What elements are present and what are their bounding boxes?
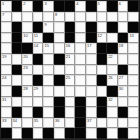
grid-cell[interactable] — [33, 97, 44, 108]
grid-cell[interactable]: 31 — [1, 97, 12, 108]
grid-cell[interactable] — [54, 86, 65, 97]
black-cell — [12, 22, 23, 33]
grid-cell[interactable] — [43, 65, 54, 76]
grid-cell[interactable] — [97, 12, 108, 23]
grid-cell[interactable] — [54, 43, 65, 54]
grid-cell[interactable] — [12, 97, 23, 108]
grid-cell[interactable] — [54, 65, 65, 76]
clue-number: 16 — [66, 43, 70, 48]
grid-cell[interactable] — [75, 22, 86, 33]
grid-cell[interactable]: 19 — [1, 54, 12, 65]
grid-cell[interactable] — [86, 107, 97, 118]
clue-number: 5 — [98, 1, 100, 6]
grid-cell[interactable] — [107, 65, 118, 76]
grid-cell[interactable] — [75, 54, 86, 65]
grid-cell[interactable] — [1, 86, 12, 97]
clue-number: 35 — [34, 118, 38, 123]
grid-cell[interactable] — [22, 107, 33, 118]
grid-cell[interactable] — [128, 12, 139, 23]
grid-cell[interactable] — [65, 118, 76, 129]
grid-cell[interactable] — [97, 65, 108, 76]
black-cell — [12, 107, 23, 118]
grid-cell[interactable] — [43, 97, 54, 108]
clue-number: 3 — [44, 1, 46, 6]
grid-cell[interactable] — [107, 118, 118, 129]
black-cell — [22, 128, 33, 139]
black-cell — [75, 118, 86, 129]
clue-number: 19 — [2, 54, 6, 59]
grid-cell[interactable] — [22, 97, 33, 108]
grid-cell[interactable] — [12, 128, 23, 139]
grid-cell[interactable]: 9 — [43, 22, 54, 33]
black-cell — [118, 33, 129, 44]
black-cell — [12, 33, 23, 44]
grid-cell[interactable]: 13 — [128, 33, 139, 44]
grid-cell[interactable] — [75, 75, 86, 86]
black-cell — [107, 43, 118, 54]
clue-number: 26 — [108, 75, 112, 80]
grid-cell[interactable] — [43, 75, 54, 86]
black-cell — [12, 43, 23, 54]
grid-cell[interactable] — [43, 118, 54, 129]
clue-number: 25 — [66, 75, 70, 80]
black-cell — [118, 128, 129, 139]
grid-cell[interactable] — [22, 12, 33, 23]
grid-cell[interactable]: 1 — [1, 1, 12, 12]
grid-cell[interactable] — [75, 12, 86, 23]
grid-cell[interactable]: 23 — [22, 65, 33, 76]
grid-cell[interactable]: 2 — [22, 1, 33, 12]
clue-number: 2 — [23, 1, 25, 6]
black-cell — [54, 1, 65, 12]
black-cell — [43, 128, 54, 139]
grid-cell[interactable]: 8 — [54, 12, 65, 23]
grid-cell[interactable] — [1, 107, 12, 118]
clue-number: 6 — [119, 1, 121, 6]
grid-cell[interactable] — [43, 86, 54, 97]
grid-cell[interactable]: 35 — [33, 118, 44, 129]
grid-cell[interactable]: 15 — [43, 43, 54, 54]
black-cell — [118, 107, 129, 118]
grid-cell[interactable] — [43, 54, 54, 65]
clue-number: 12 — [98, 33, 102, 38]
grid-cell[interactable]: 24 — [1, 75, 12, 86]
clue-number: 37 — [87, 118, 91, 123]
grid-cell[interactable] — [33, 65, 44, 76]
crossword-grid: 1234567891011121314151617181920212223242… — [0, 0, 140, 140]
grid-cell[interactable] — [12, 75, 23, 86]
black-cell — [107, 22, 118, 33]
clue-number: 34 — [13, 118, 17, 123]
grid-cell[interactable] — [118, 118, 129, 129]
crossword-page: 1234567891011121314151617181920212223242… — [0, 0, 140, 140]
black-cell — [54, 107, 65, 118]
grid-cell[interactable] — [128, 43, 139, 54]
grid-cell[interactable]: 10 — [22, 33, 33, 44]
grid-cell[interactable]: 33 — [1, 118, 12, 129]
grid-cell[interactable] — [86, 97, 97, 108]
grid-cell[interactable] — [75, 86, 86, 97]
grid-cell[interactable] — [75, 65, 86, 76]
grid-cell[interactable]: 21 — [65, 54, 76, 65]
black-cell — [65, 128, 76, 139]
black-cell — [33, 22, 44, 33]
grid-cell[interactable] — [54, 128, 65, 139]
grid-cell[interactable]: 14 — [33, 43, 44, 54]
grid-cell[interactable] — [65, 86, 76, 97]
grid-cell[interactable]: 36 — [54, 118, 65, 129]
black-cell — [65, 1, 76, 12]
clue-number: 29 — [34, 86, 38, 91]
grid-cell[interactable] — [107, 33, 118, 44]
black-cell — [97, 128, 108, 139]
grid-cell[interactable]: 5 — [97, 1, 108, 12]
black-cell — [86, 33, 97, 44]
grid-cell[interactable] — [22, 75, 33, 86]
grid-cell[interactable] — [43, 107, 54, 118]
clue-number: 30 — [119, 86, 123, 91]
black-cell — [22, 43, 33, 54]
grid-cell[interactable]: 26 — [107, 75, 118, 86]
grid-cell[interactable] — [128, 107, 139, 118]
grid-cell[interactable] — [128, 118, 139, 129]
grid-cell[interactable] — [1, 22, 12, 33]
black-cell — [1, 128, 12, 139]
grid-cell[interactable] — [43, 12, 54, 23]
grid-cell[interactable]: 34 — [12, 118, 23, 129]
black-cell — [65, 22, 76, 33]
grid-cell[interactable] — [75, 43, 86, 54]
grid-cell[interactable]: 16 — [65, 43, 76, 54]
grid-cell[interactable] — [12, 12, 23, 23]
grid-cell[interactable] — [12, 54, 23, 65]
grid-cell[interactable] — [86, 128, 97, 139]
grid-cell[interactable]: 3 — [43, 1, 54, 12]
grid-cell[interactable] — [118, 97, 129, 108]
black-cell — [97, 75, 108, 86]
clue-number: 8 — [55, 12, 57, 17]
grid-cell[interactable] — [118, 22, 129, 33]
grid-cell[interactable]: 22 — [107, 54, 118, 65]
black-cell — [107, 1, 118, 12]
grid-cell[interactable] — [86, 75, 97, 86]
clue-number: 7 — [2, 12, 4, 17]
black-cell — [12, 65, 23, 76]
black-cell — [86, 22, 97, 33]
grid-cell[interactable] — [128, 54, 139, 65]
black-cell — [86, 1, 97, 12]
black-cell — [97, 54, 108, 65]
grid-cell[interactable] — [118, 54, 129, 65]
black-cell — [128, 1, 139, 12]
grid-cell[interactable]: 12 — [97, 33, 108, 44]
black-cell — [97, 43, 108, 54]
grid-cell[interactable] — [128, 86, 139, 97]
black-cell — [12, 1, 23, 12]
clue-number: 11 — [34, 33, 38, 38]
grid-cell[interactable] — [86, 86, 97, 97]
grid-cell[interactable] — [1, 65, 12, 76]
black-cell — [33, 54, 44, 65]
grid-cell[interactable] — [54, 33, 65, 44]
grid-cell[interactable]: 18 — [118, 43, 129, 54]
clue-number: 20 — [23, 54, 27, 59]
grid-cell[interactable] — [75, 33, 86, 44]
black-cell — [43, 33, 54, 44]
grid-cell[interactable] — [1, 43, 12, 54]
black-cell — [118, 65, 129, 76]
black-cell — [12, 86, 23, 97]
grid-cell[interactable] — [128, 97, 139, 108]
black-cell — [33, 107, 44, 118]
black-cell — [33, 75, 44, 86]
grid-cell[interactable] — [86, 54, 97, 65]
black-cell — [128, 22, 139, 33]
clue-number: 32 — [108, 97, 112, 102]
grid-cell[interactable]: 25 — [65, 75, 76, 86]
clue-number: 4 — [76, 1, 78, 6]
grid-cell[interactable]: 11 — [33, 33, 44, 44]
clue-number: 14 — [34, 43, 38, 48]
black-cell — [107, 86, 118, 97]
black-cell — [75, 97, 86, 108]
black-cell — [54, 54, 65, 65]
clue-number: 13 — [129, 33, 133, 38]
grid-cell[interactable]: 17 — [86, 43, 97, 54]
black-cell — [54, 75, 65, 86]
grid-cell[interactable]: 6 — [118, 1, 129, 12]
grid-cell[interactable] — [65, 97, 76, 108]
grid-cell[interactable] — [128, 75, 139, 86]
grid-cell[interactable]: 30 — [118, 86, 129, 97]
clue-number: 22 — [108, 54, 112, 59]
grid-cell[interactable]: 27 — [118, 75, 129, 86]
black-cell — [97, 97, 108, 108]
clue-number: 9 — [44, 22, 46, 27]
clue-number: 36 — [55, 118, 59, 123]
clue-number: 17 — [87, 43, 91, 48]
black-cell — [75, 128, 86, 139]
black-cell — [33, 1, 44, 12]
grid-cell[interactable] — [65, 65, 76, 76]
grid-cell[interactable] — [22, 22, 33, 33]
grid-cell[interactable] — [128, 128, 139, 139]
grid-cell[interactable] — [97, 118, 108, 129]
clue-number: 33 — [2, 118, 6, 123]
clue-number: 28 — [23, 86, 27, 91]
black-cell — [65, 33, 76, 44]
clue-number: 23 — [23, 65, 27, 70]
grid-cell[interactable]: 32 — [107, 97, 118, 108]
grid-cell[interactable]: 28 — [22, 86, 33, 97]
black-cell — [75, 107, 86, 118]
black-cell — [54, 97, 65, 108]
grid-cell[interactable] — [107, 128, 118, 139]
grid-cell[interactable] — [107, 12, 118, 23]
black-cell — [97, 107, 108, 118]
grid-cell[interactable] — [97, 22, 108, 33]
grid-cell[interactable] — [86, 65, 97, 76]
grid-cell[interactable] — [128, 65, 139, 76]
clue-number: 15 — [44, 43, 48, 48]
clue-number: 21 — [66, 54, 70, 59]
grid-cell[interactable] — [118, 12, 129, 23]
clue-number: 10 — [23, 33, 27, 38]
grid-cell[interactable] — [22, 118, 33, 129]
grid-cell[interactable]: 4 — [75, 1, 86, 12]
grid-cell[interactable]: 29 — [33, 86, 44, 97]
grid-cell[interactable] — [54, 22, 65, 33]
clue-number: 31 — [2, 97, 6, 102]
grid-cell[interactable] — [1, 33, 12, 44]
grid-cell[interactable]: 20 — [22, 54, 33, 65]
clue-number: 24 — [2, 75, 6, 80]
clue-number: 1 — [2, 1, 4, 6]
grid-cell[interactable] — [65, 107, 76, 118]
grid-cell[interactable] — [33, 12, 44, 23]
grid-cell[interactable] — [33, 128, 44, 139]
grid-cell[interactable] — [65, 12, 76, 23]
grid-cell[interactable] — [107, 107, 118, 118]
grid-cell[interactable] — [97, 86, 108, 97]
grid-cell[interactable]: 7 — [1, 12, 12, 23]
clue-number: 27 — [119, 75, 123, 80]
grid-cell[interactable] — [86, 12, 97, 23]
grid-cell[interactable]: 37 — [86, 118, 97, 129]
clue-number: 18 — [119, 43, 123, 48]
